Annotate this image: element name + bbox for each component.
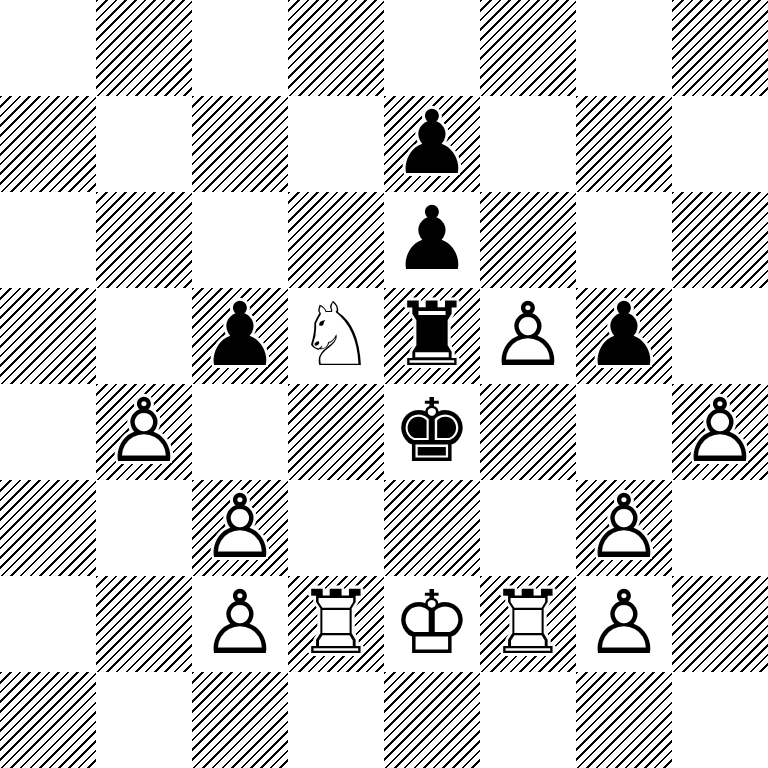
square-a3[interactable] — [0, 480, 96, 576]
square-c3[interactable]: ♟♙ — [192, 480, 288, 576]
square-b8[interactable] — [96, 0, 192, 96]
square-c1[interactable] — [192, 672, 288, 768]
piece-glyph: ♙ — [576, 576, 672, 672]
square-g8[interactable] — [576, 0, 672, 96]
square-h4[interactable]: ♟♙ — [672, 384, 768, 480]
piece-glyph: ♟ — [384, 96, 480, 192]
piece-glyph: ♙ — [192, 480, 288, 576]
square-e6[interactable]: ♟♟ — [384, 192, 480, 288]
square-e4[interactable]: ♚♚ — [384, 384, 480, 480]
piece-glyph: ♟ — [384, 192, 480, 288]
piece-glyph: ♟ — [192, 288, 288, 384]
square-g6[interactable] — [576, 192, 672, 288]
square-f1[interactable] — [480, 672, 576, 768]
square-h3[interactable] — [672, 480, 768, 576]
square-g2[interactable]: ♟♙ — [576, 576, 672, 672]
piece-glyph: ♚ — [384, 384, 480, 480]
square-f7[interactable] — [480, 96, 576, 192]
square-g5[interactable]: ♟♟ — [576, 288, 672, 384]
square-g1[interactable] — [576, 672, 672, 768]
square-d2[interactable]: ♜♖ — [288, 576, 384, 672]
square-d3[interactable] — [288, 480, 384, 576]
square-h7[interactable] — [672, 96, 768, 192]
piece-glyph: ♟ — [576, 288, 672, 384]
piece-black-pawn[interactable]: ♟♟ — [576, 288, 672, 384]
piece-glyph: ♖ — [288, 576, 384, 672]
square-h8[interactable] — [672, 0, 768, 96]
square-e7[interactable]: ♟♟ — [384, 96, 480, 192]
square-c5[interactable]: ♟♟ — [192, 288, 288, 384]
square-h5[interactable] — [672, 288, 768, 384]
square-a5[interactable] — [0, 288, 96, 384]
square-c2[interactable]: ♟♙ — [192, 576, 288, 672]
square-e2[interactable]: ♚♔ — [384, 576, 480, 672]
square-d1[interactable] — [288, 672, 384, 768]
square-f8[interactable] — [480, 0, 576, 96]
square-d6[interactable] — [288, 192, 384, 288]
piece-glyph: ♙ — [480, 288, 576, 384]
square-d5[interactable]: ♞♘ — [288, 288, 384, 384]
piece-black-king[interactable]: ♚♚ — [384, 384, 480, 480]
square-f4[interactable] — [480, 384, 576, 480]
square-f5[interactable]: ♟♙ — [480, 288, 576, 384]
piece-white-pawn[interactable]: ♟♙ — [576, 480, 672, 576]
piece-white-pawn[interactable]: ♟♙ — [96, 384, 192, 480]
piece-white-pawn[interactable]: ♟♙ — [480, 288, 576, 384]
square-g3[interactable]: ♟♙ — [576, 480, 672, 576]
piece-white-king[interactable]: ♚♔ — [384, 576, 480, 672]
piece-black-rook[interactable]: ♜♜ — [384, 288, 480, 384]
piece-white-pawn[interactable]: ♟♙ — [192, 480, 288, 576]
square-e8[interactable] — [384, 0, 480, 96]
square-f2[interactable]: ♜♖ — [480, 576, 576, 672]
square-d8[interactable] — [288, 0, 384, 96]
piece-white-rook[interactable]: ♜♖ — [480, 576, 576, 672]
square-a4[interactable] — [0, 384, 96, 480]
square-e3[interactable] — [384, 480, 480, 576]
square-h6[interactable] — [672, 192, 768, 288]
square-h1[interactable] — [672, 672, 768, 768]
chess-board: ♟♟♟♟♟♟♞♘♜♜♟♙♟♟♟♙♚♚♟♙♟♙♟♙♟♙♜♖♚♔♜♖♟♙ — [0, 0, 768, 768]
piece-black-pawn[interactable]: ♟♟ — [384, 96, 480, 192]
square-b3[interactable] — [96, 480, 192, 576]
piece-white-knight[interactable]: ♞♘ — [288, 288, 384, 384]
chess-diagram: ♟♟♟♟♟♟♞♘♜♜♟♙♟♟♟♙♚♚♟♙♟♙♟♙♟♙♜♖♚♔♜♖♟♙ — [0, 0, 768, 768]
square-g7[interactable] — [576, 96, 672, 192]
piece-glyph: ♙ — [576, 480, 672, 576]
square-c8[interactable] — [192, 0, 288, 96]
square-c6[interactable] — [192, 192, 288, 288]
piece-glyph: ♙ — [96, 384, 192, 480]
square-b1[interactable] — [96, 672, 192, 768]
square-a7[interactable] — [0, 96, 96, 192]
piece-white-pawn[interactable]: ♟♙ — [192, 576, 288, 672]
square-d4[interactable] — [288, 384, 384, 480]
square-d7[interactable] — [288, 96, 384, 192]
square-a2[interactable] — [0, 576, 96, 672]
square-f6[interactable] — [480, 192, 576, 288]
piece-glyph: ♖ — [480, 576, 576, 672]
square-c7[interactable] — [192, 96, 288, 192]
piece-glyph: ♙ — [192, 576, 288, 672]
square-b6[interactable] — [96, 192, 192, 288]
square-a6[interactable] — [0, 192, 96, 288]
square-e5[interactable]: ♜♜ — [384, 288, 480, 384]
square-h2[interactable] — [672, 576, 768, 672]
square-e1[interactable] — [384, 672, 480, 768]
square-g4[interactable] — [576, 384, 672, 480]
square-b5[interactable] — [96, 288, 192, 384]
square-a8[interactable] — [0, 0, 96, 96]
piece-white-pawn[interactable]: ♟♙ — [576, 576, 672, 672]
square-c4[interactable] — [192, 384, 288, 480]
square-f3[interactable] — [480, 480, 576, 576]
piece-glyph: ♔ — [384, 576, 480, 672]
piece-glyph: ♜ — [384, 288, 480, 384]
square-b4[interactable]: ♟♙ — [96, 384, 192, 480]
square-a1[interactable] — [0, 672, 96, 768]
piece-black-pawn[interactable]: ♟♟ — [192, 288, 288, 384]
square-b2[interactable] — [96, 576, 192, 672]
piece-white-pawn[interactable]: ♟♙ — [672, 384, 768, 480]
square-b7[interactable] — [96, 96, 192, 192]
piece-glyph: ♘ — [288, 288, 384, 384]
piece-white-rook[interactable]: ♜♖ — [288, 576, 384, 672]
piece-black-pawn[interactable]: ♟♟ — [384, 192, 480, 288]
piece-glyph: ♙ — [672, 384, 768, 480]
